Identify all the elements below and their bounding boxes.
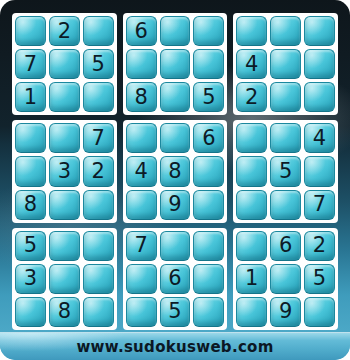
cell-r9c3[interactable]: [83, 297, 114, 327]
cell-r7c9[interactable]: 2: [304, 231, 335, 261]
cell-r1c5[interactable]: [160, 16, 191, 46]
cell-r8c8[interactable]: [270, 264, 301, 294]
cell-r7c5[interactable]: [160, 231, 191, 261]
cell-r3c4[interactable]: 8: [126, 82, 157, 112]
cell-r7c3[interactable]: [83, 231, 114, 261]
cell-r3c8[interactable]: [270, 82, 301, 112]
cell-r6c1[interactable]: 8: [15, 190, 46, 220]
cell-r7c1[interactable]: 5: [15, 231, 46, 261]
cell-r3c6[interactable]: 5: [193, 82, 224, 112]
cell-r2c6[interactable]: [193, 49, 224, 79]
box-3-3: 62159: [233, 228, 338, 330]
cell-r9c4[interactable]: [126, 297, 157, 327]
cell-r5c6[interactable]: [193, 156, 224, 186]
cell-r5c9[interactable]: [304, 156, 335, 186]
cell-r5c4[interactable]: 4: [126, 156, 157, 186]
cell-r4c4[interactable]: [126, 123, 157, 153]
cell-r8c3[interactable]: [83, 264, 114, 294]
cell-r1c1[interactable]: [15, 16, 46, 46]
cell-r6c2[interactable]: [49, 190, 80, 220]
site-url[interactable]: www.sudokusweb.com: [76, 338, 273, 356]
cell-r9c6[interactable]: [193, 297, 224, 327]
cell-r2c1[interactable]: 7: [15, 49, 46, 79]
cell-r1c2[interactable]: 2: [49, 16, 80, 46]
cell-r1c8[interactable]: [270, 16, 301, 46]
cell-r3c7[interactable]: 2: [236, 82, 267, 112]
cell-r4c7[interactable]: [236, 123, 267, 153]
cell-r2c2[interactable]: [49, 49, 80, 79]
cell-r2c4[interactable]: [126, 49, 157, 79]
box-1-1: 2751: [12, 13, 117, 115]
cell-r7c7[interactable]: [236, 231, 267, 261]
cell-r5c1[interactable]: [15, 156, 46, 186]
cell-r6c4[interactable]: [126, 190, 157, 220]
cell-r3c1[interactable]: 1: [15, 82, 46, 112]
box-2-2: 6489: [123, 120, 228, 222]
cell-r4c3[interactable]: 7: [83, 123, 114, 153]
cell-r2c8[interactable]: [270, 49, 301, 79]
cell-r2c9[interactable]: [304, 49, 335, 79]
sudoku-grid: 2751685427328648945753876562159: [12, 13, 338, 330]
cell-r3c2[interactable]: [49, 82, 80, 112]
box-1-3: 42: [233, 13, 338, 115]
cell-r9c7[interactable]: [236, 297, 267, 327]
cell-r8c4[interactable]: [126, 264, 157, 294]
cell-r4c6[interactable]: 6: [193, 123, 224, 153]
cell-r9c1[interactable]: [15, 297, 46, 327]
cell-r5c2[interactable]: 3: [49, 156, 80, 186]
cell-r6c8[interactable]: [270, 190, 301, 220]
cell-r4c5[interactable]: [160, 123, 191, 153]
cell-r1c3[interactable]: [83, 16, 114, 46]
cell-r4c8[interactable]: [270, 123, 301, 153]
box-3-1: 538: [12, 228, 117, 330]
cell-r6c9[interactable]: 7: [304, 190, 335, 220]
cell-r9c9[interactable]: [304, 297, 335, 327]
cell-r4c2[interactable]: [49, 123, 80, 153]
cell-r6c3[interactable]: [83, 190, 114, 220]
footer-bar: www.sudokusweb.com: [0, 332, 350, 360]
cell-r1c4[interactable]: 6: [126, 16, 157, 46]
box-2-3: 457: [233, 120, 338, 222]
cell-r6c7[interactable]: [236, 190, 267, 220]
cell-r9c5[interactable]: 5: [160, 297, 191, 327]
cell-r7c2[interactable]: [49, 231, 80, 261]
cell-r7c6[interactable]: [193, 231, 224, 261]
box-2-1: 7328: [12, 120, 117, 222]
cell-r8c1[interactable]: 3: [15, 264, 46, 294]
cell-r4c9[interactable]: 4: [304, 123, 335, 153]
cell-r5c8[interactable]: 5: [270, 156, 301, 186]
box-1-2: 685: [123, 13, 228, 115]
cell-r9c2[interactable]: 8: [49, 297, 80, 327]
cell-r8c7[interactable]: 1: [236, 264, 267, 294]
box-3-2: 765: [123, 228, 228, 330]
cell-r3c5[interactable]: [160, 82, 191, 112]
cell-r2c5[interactable]: [160, 49, 191, 79]
cell-r3c3[interactable]: [83, 82, 114, 112]
cell-r1c7[interactable]: [236, 16, 267, 46]
cell-r4c1[interactable]: [15, 123, 46, 153]
cell-r5c3[interactable]: 2: [83, 156, 114, 186]
cell-r1c9[interactable]: [304, 16, 335, 46]
cell-r7c4[interactable]: 7: [126, 231, 157, 261]
cell-r6c5[interactable]: 9: [160, 190, 191, 220]
cell-r2c3[interactable]: 5: [83, 49, 114, 79]
cell-r8c9[interactable]: 5: [304, 264, 335, 294]
cell-r9c8[interactable]: 9: [270, 297, 301, 327]
cell-r5c5[interactable]: 8: [160, 156, 191, 186]
cell-r1c6[interactable]: [193, 16, 224, 46]
cell-r2c7[interactable]: 4: [236, 49, 267, 79]
cell-r8c2[interactable]: [49, 264, 80, 294]
cell-r5c7[interactable]: [236, 156, 267, 186]
cell-r8c5[interactable]: 6: [160, 264, 191, 294]
sudoku-board: 2751685427328648945753876562159 www.sudo…: [0, 0, 350, 360]
cell-r3c9[interactable]: [304, 82, 335, 112]
cell-r7c8[interactable]: 6: [270, 231, 301, 261]
cell-r8c6[interactable]: [193, 264, 224, 294]
cell-r6c6[interactable]: [193, 190, 224, 220]
